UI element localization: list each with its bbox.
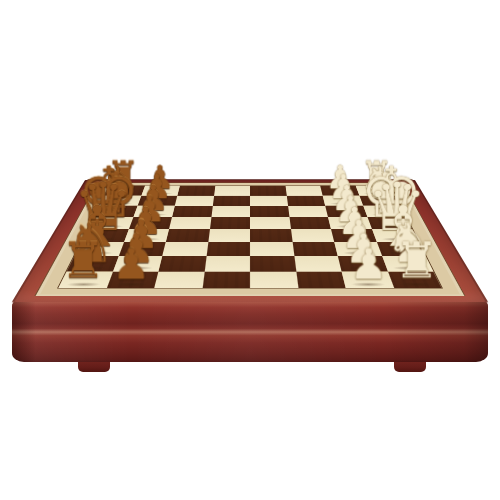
board-grid: ♜♟♟♜♞♟♟♞♝♟♟♝♚♟♟♚♛♟♟♛♝♟♟♝♞♟♟♞♜♟♟♜ [57, 186, 443, 289]
square-a1: ♜ [387, 271, 441, 288]
square-a6 [154, 271, 204, 288]
black-pawn: ♟ [112, 243, 150, 285]
square-f3 [288, 206, 328, 217]
white-pawn: ♟ [350, 243, 388, 285]
box-front-face [12, 302, 488, 362]
square-a2: ♟ [342, 271, 394, 288]
square-c5 [206, 242, 250, 256]
square-h6 [177, 186, 215, 196]
square-b5 [204, 256, 250, 271]
square-f5 [211, 206, 250, 217]
square-d3 [291, 229, 335, 242]
square-e6 [169, 217, 211, 229]
square-a5 [202, 271, 250, 288]
square-h5 [214, 186, 250, 196]
square-g4 [250, 195, 288, 205]
chess-board: ♜♟♟♜♞♟♟♞♝♟♟♝♚♟♟♚♛♟♟♛♝♟♟♝♞♟♟♞♜♟♟♜ [11, 179, 490, 304]
square-e4 [250, 217, 291, 229]
square-b6 [158, 256, 206, 271]
square-a3 [296, 271, 346, 288]
square-d4 [250, 229, 292, 242]
square-b3 [294, 256, 342, 271]
square-g6 [175, 195, 214, 205]
square-e5 [209, 217, 250, 229]
chess-set-photo: ♜♟♟♜♞♟♟♞♝♟♟♝♚♟♟♚♛♟♟♛♝♟♟♝♞♟♟♞♜♟♟♜ [0, 0, 500, 500]
square-f6 [172, 206, 212, 217]
square-e3 [289, 217, 331, 229]
square-b4 [250, 256, 296, 271]
square-a4 [250, 271, 298, 288]
black-rook: ♜ [61, 236, 105, 285]
square-c6 [162, 242, 208, 256]
square-h4 [250, 186, 286, 196]
square-a7: ♟ [106, 271, 158, 288]
square-h3 [285, 186, 323, 196]
square-c3 [292, 242, 338, 256]
square-f4 [250, 206, 289, 217]
square-g5 [212, 195, 250, 205]
square-d5 [208, 229, 250, 242]
square-d6 [166, 229, 210, 242]
white-rook: ♜ [394, 236, 438, 285]
square-a8: ♜ [58, 271, 112, 288]
square-c4 [250, 242, 294, 256]
square-g3 [286, 195, 325, 205]
